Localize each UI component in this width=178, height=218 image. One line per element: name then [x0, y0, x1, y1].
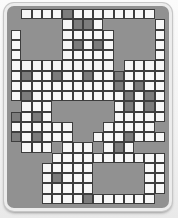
- grid-cell-blocked: [52, 19, 62, 29]
- grid-cell-blocked: [144, 40, 154, 50]
- grid-cell-blocked: [42, 50, 52, 60]
- grid-cell-blocked: [42, 19, 52, 29]
- grid-cell-blocked: [134, 40, 144, 50]
- grid-cell-white[interactable]: [83, 50, 93, 60]
- grid-cell-white[interactable]: [144, 71, 154, 81]
- grid-cell-white[interactable]: [155, 153, 165, 163]
- grid-cell-white[interactable]: [114, 112, 124, 122]
- grid-cell-blocked: [93, 183, 103, 193]
- grid-cell-white[interactable]: [114, 91, 124, 101]
- grid-cell-blocked: [32, 30, 42, 40]
- grid-cell-white[interactable]: [21, 101, 31, 111]
- grid-cell-white[interactable]: [21, 112, 31, 122]
- grid-cell-blocked: [124, 173, 134, 183]
- grid-cell-white[interactable]: [73, 71, 83, 81]
- grid-cell-blocked: [52, 101, 62, 111]
- grid-cell-white[interactable]: [83, 183, 93, 193]
- grid-cell-blocked: [124, 163, 134, 173]
- grid-cell-white[interactable]: [62, 173, 72, 183]
- grid-cell-white[interactable]: [11, 81, 21, 91]
- grid-cell-white[interactable]: [62, 163, 72, 173]
- grid-cell-white[interactable]: [144, 173, 154, 183]
- grid-cell-blocked: [21, 194, 31, 204]
- grid-cell-blocked: [114, 19, 124, 29]
- grid-cell-blocked: [42, 40, 52, 50]
- grid-cell-white[interactable]: [103, 142, 113, 152]
- grid-cell-white[interactable]: [62, 40, 72, 50]
- grid-cell-blocked: [103, 173, 113, 183]
- grid-cell-white[interactable]: [52, 163, 62, 173]
- grid-cell-white[interactable]: [62, 132, 72, 142]
- grid-cell-blocked: [83, 132, 93, 142]
- grid-cell-white[interactable]: [93, 71, 103, 81]
- grid-cell-blocked: [155, 194, 165, 204]
- grid-cell-white[interactable]: [21, 132, 31, 142]
- grid-cell-white[interactable]: [73, 60, 83, 70]
- grid-cell-blocked: [21, 50, 31, 60]
- grid-cell-blocked: [103, 163, 113, 173]
- grid-cell-shaded[interactable]: [134, 81, 144, 91]
- grid-cell-blocked: [83, 122, 93, 132]
- grid-cell-blocked: [144, 50, 154, 60]
- grid-cell-blocked: [62, 112, 72, 122]
- grid-cell-shaded[interactable]: [83, 71, 93, 81]
- grid-cell-blocked: [42, 30, 52, 40]
- grid-cell-blocked: [93, 101, 103, 111]
- grid-cell-white[interactable]: [32, 60, 42, 70]
- grid-cell-blocked: [93, 122, 103, 132]
- grid-cell-white[interactable]: [114, 194, 124, 204]
- grid-cell-white[interactable]: [83, 173, 93, 183]
- grid-cell-white[interactable]: [21, 60, 31, 70]
- grid-cell-white[interactable]: [11, 91, 21, 101]
- grid-cell-shaded[interactable]: [83, 194, 93, 204]
- grid-cell-blocked: [21, 40, 31, 50]
- grid-cell-white[interactable]: [83, 9, 93, 19]
- grid-cell-blocked: [11, 173, 21, 183]
- grid-cell-white[interactable]: [134, 9, 144, 19]
- grid-cell-white[interactable]: [73, 183, 83, 193]
- grid-cell-white[interactable]: [32, 142, 42, 152]
- grid-cell-shaded[interactable]: [21, 71, 31, 81]
- grid-cell-blocked: [134, 50, 144, 60]
- grid-cell-white[interactable]: [52, 132, 62, 142]
- grid-cell-white[interactable]: [144, 60, 154, 70]
- grid-cell-white[interactable]: [144, 194, 154, 204]
- grid-cell-white[interactable]: [155, 50, 165, 60]
- grid-cell-white[interactable]: [155, 60, 165, 70]
- grid-cell-shaded[interactable]: [114, 71, 124, 81]
- grid-cell-white[interactable]: [11, 122, 21, 132]
- grid-cell-white[interactable]: [103, 91, 113, 101]
- grid-cell-shaded[interactable]: [83, 19, 93, 29]
- grid-cell-blocked: [32, 183, 42, 193]
- grid-cell-white[interactable]: [155, 30, 165, 40]
- grid-cell-shaded[interactable]: [144, 101, 154, 111]
- grid-cell-white[interactable]: [42, 71, 52, 81]
- grid-cell-blocked: [114, 60, 124, 70]
- grid-cell-blocked: [155, 9, 165, 19]
- grid-cell-white[interactable]: [155, 81, 165, 91]
- grid-cell-white[interactable]: [21, 122, 31, 132]
- grid-cell-white[interactable]: [21, 142, 31, 152]
- grid-cell-blocked: [134, 30, 144, 40]
- grid-cell-blocked: [73, 112, 83, 122]
- grid-cell-white[interactable]: [134, 194, 144, 204]
- grid-cell-white[interactable]: [32, 81, 42, 91]
- grid-cell-white[interactable]: [155, 173, 165, 183]
- grid-cell-white[interactable]: [124, 142, 134, 152]
- grid-cell-blocked: [52, 142, 62, 152]
- grid-cell-white[interactable]: [124, 194, 134, 204]
- grid-cell-white[interactable]: [11, 71, 21, 81]
- grid-cell-shaded[interactable]: [114, 81, 124, 91]
- grid-cell-white[interactable]: [134, 101, 144, 111]
- grid-cell-white[interactable]: [62, 81, 72, 91]
- grid-cell-white[interactable]: [155, 19, 165, 29]
- grid-cell-shaded[interactable]: [144, 91, 154, 101]
- grid-cell-white[interactable]: [62, 60, 72, 70]
- grid-cell-white[interactable]: [52, 153, 62, 163]
- grid-cell-white[interactable]: [134, 60, 144, 70]
- grid-cell-white[interactable]: [73, 91, 83, 101]
- grid-cell-white[interactable]: [42, 132, 52, 142]
- grid-cell-white[interactable]: [83, 30, 93, 40]
- grid-cell-white[interactable]: [83, 91, 93, 101]
- grid-cell-white[interactable]: [52, 60, 62, 70]
- puzzle-board-frame: [4, 3, 172, 211]
- grid-cell-blocked: [11, 194, 21, 204]
- grid-cell-shaded[interactable]: [73, 40, 83, 50]
- grid-cell-white[interactable]: [134, 122, 144, 132]
- grid-cell-blocked: [21, 153, 31, 163]
- grid-cell-white[interactable]: [134, 71, 144, 81]
- grid-cell-blocked: [21, 30, 31, 40]
- grid-cell-blocked: [11, 153, 21, 163]
- grid-cell-blocked: [73, 132, 83, 142]
- grid-cell-shaded[interactable]: [93, 40, 103, 50]
- grid-cell-white[interactable]: [42, 60, 52, 70]
- grid-cell-white[interactable]: [144, 122, 154, 132]
- grid-cell-white[interactable]: [62, 19, 72, 29]
- grid-cell-blocked: [32, 40, 42, 50]
- grid-cell-white[interactable]: [73, 153, 83, 163]
- grid-cell-white[interactable]: [93, 81, 103, 91]
- grid-cell-blocked: [134, 163, 144, 173]
- grid-cell-blocked: [134, 142, 144, 152]
- grid-cell-blocked: [52, 30, 62, 40]
- grid-cell-white[interactable]: [11, 40, 21, 50]
- grid-cell-white[interactable]: [134, 91, 144, 101]
- grid-cell-white[interactable]: [124, 81, 134, 91]
- grid-cell-white[interactable]: [144, 183, 154, 193]
- grid-cell-white[interactable]: [11, 30, 21, 40]
- grid-cell-white[interactable]: [93, 132, 103, 142]
- grid-cell-white[interactable]: [103, 194, 113, 204]
- puzzle-grid: [11, 9, 165, 204]
- grid-cell-blocked: [155, 142, 165, 152]
- grid-cell-white[interactable]: [155, 71, 165, 81]
- grid-cell-white[interactable]: [144, 132, 154, 142]
- grid-cell-blocked: [144, 30, 154, 40]
- grid-cell-shaded[interactable]: [21, 91, 31, 101]
- grid-cell-blocked: [124, 40, 134, 50]
- grid-cell-white[interactable]: [32, 122, 42, 132]
- grid-cell-blocked: [134, 19, 144, 29]
- grid-cell-blocked: [52, 40, 62, 50]
- grid-cell-white[interactable]: [155, 163, 165, 173]
- grid-cell-blocked: [32, 163, 42, 173]
- grid-cell-blocked: [144, 142, 154, 152]
- grid-cell-white[interactable]: [52, 183, 62, 193]
- grid-cell-white[interactable]: [114, 122, 124, 132]
- grid-cell-blocked: [144, 19, 154, 29]
- grid-cell-blocked: [93, 173, 103, 183]
- grid-cell-blocked: [103, 19, 113, 29]
- grid-cell-white[interactable]: [155, 91, 165, 101]
- grid-cell-blocked: [114, 183, 124, 193]
- grid-cell-shaded[interactable]: [114, 142, 124, 152]
- grid-cell-white[interactable]: [134, 132, 144, 142]
- grid-cell-white[interactable]: [114, 132, 124, 142]
- grid-cell-white[interactable]: [103, 50, 113, 60]
- grid-cell-blocked: [32, 153, 42, 163]
- grid-cell-white[interactable]: [52, 81, 62, 91]
- grid-cell-white[interactable]: [62, 30, 72, 40]
- grid-cell-white[interactable]: [144, 81, 154, 91]
- grid-cell-white[interactable]: [103, 40, 113, 50]
- grid-cell-white[interactable]: [103, 9, 113, 19]
- grid-cell-white[interactable]: [144, 112, 154, 122]
- grid-cell-white[interactable]: [42, 183, 52, 193]
- grid-cell-blocked: [62, 101, 72, 111]
- grid-cell-white[interactable]: [103, 30, 113, 40]
- grid-cell-blocked: [134, 173, 144, 183]
- grid-cell-blocked: [114, 163, 124, 173]
- grid-cell-blocked: [52, 50, 62, 60]
- grid-cell-blocked: [124, 50, 134, 60]
- grid-cell-white[interactable]: [62, 50, 72, 60]
- grid-cell-white[interactable]: [62, 142, 72, 152]
- grid-cell-blocked: [11, 101, 21, 111]
- grid-cell-blocked: [155, 122, 165, 132]
- grid-cell-white[interactable]: [62, 153, 72, 163]
- grid-cell-shaded[interactable]: [62, 9, 72, 19]
- grid-cell-blocked: [93, 112, 103, 122]
- grid-cell-white[interactable]: [103, 122, 113, 132]
- grid-cell-white[interactable]: [73, 194, 83, 204]
- grid-cell-blocked: [114, 40, 124, 50]
- grid-cell-white[interactable]: [21, 9, 31, 19]
- grid-cell-white[interactable]: [144, 153, 154, 163]
- grid-cell-white[interactable]: [83, 153, 93, 163]
- grid-cell-white[interactable]: [144, 9, 154, 19]
- grid-cell-blocked: [32, 19, 42, 29]
- grid-cell-shaded[interactable]: [124, 91, 134, 101]
- grid-cell-shaded[interactable]: [52, 71, 62, 81]
- grid-cell-white[interactable]: [114, 101, 124, 111]
- grid-cell-blocked: [124, 183, 134, 193]
- grid-cell-white[interactable]: [62, 122, 72, 132]
- grid-cell-shaded[interactable]: [11, 112, 21, 122]
- grid-cell-white[interactable]: [73, 173, 83, 183]
- grid-cell-white[interactable]: [52, 9, 62, 19]
- grid-cell-white[interactable]: [42, 122, 52, 132]
- grid-cell-blocked: [124, 19, 134, 29]
- grid-cell-white[interactable]: [73, 163, 83, 173]
- grid-cell-white[interactable]: [32, 91, 42, 101]
- grid-cell-white[interactable]: [42, 173, 52, 183]
- grid-cell-blocked: [73, 101, 83, 111]
- grid-cell-white[interactable]: [42, 163, 52, 173]
- grid-cell-white[interactable]: [42, 142, 52, 152]
- grid-cell-blocked: [114, 50, 124, 60]
- grid-cell-white[interactable]: [155, 112, 165, 122]
- grid-cell-white[interactable]: [93, 19, 103, 29]
- grid-cell-white[interactable]: [93, 50, 103, 60]
- grid-cell-white[interactable]: [155, 101, 165, 111]
- grid-cell-blocked: [11, 19, 21, 29]
- grid-cell-white[interactable]: [144, 163, 154, 173]
- grid-cell-white[interactable]: [103, 132, 113, 142]
- grid-cell-blocked: [83, 112, 93, 122]
- grid-cell-blocked: [114, 173, 124, 183]
- grid-cell-white[interactable]: [42, 81, 52, 91]
- grid-cell-white[interactable]: [103, 153, 113, 163]
- grid-cell-shaded[interactable]: [52, 173, 62, 183]
- grid-cell-white[interactable]: [103, 60, 113, 70]
- grid-cell-white[interactable]: [93, 9, 103, 19]
- grid-cell-white[interactable]: [52, 122, 62, 132]
- grid-cell-blocked: [93, 142, 103, 152]
- grid-cell-white[interactable]: [93, 60, 103, 70]
- grid-cell-blocked: [21, 183, 31, 193]
- grid-cell-white[interactable]: [155, 132, 165, 142]
- grid-cell-white[interactable]: [73, 50, 83, 60]
- grid-cell-blocked: [134, 183, 144, 193]
- grid-cell-white[interactable]: [155, 40, 165, 50]
- grid-cell-white[interactable]: [124, 71, 134, 81]
- grid-cell-white[interactable]: [73, 30, 83, 40]
- grid-cell-shaded[interactable]: [124, 132, 134, 142]
- grid-cell-shaded[interactable]: [32, 112, 42, 122]
- grid-cell-white[interactable]: [83, 60, 93, 70]
- grid-cell-blocked: [52, 112, 62, 122]
- grid-cell-blocked: [124, 30, 134, 40]
- grid-cell-white[interactable]: [62, 71, 72, 81]
- grid-cell-white[interactable]: [103, 81, 113, 91]
- grid-cell-white[interactable]: [124, 60, 134, 70]
- grid-cell-blocked: [11, 9, 21, 19]
- grid-cell-white[interactable]: [83, 81, 93, 91]
- grid-cell-white[interactable]: [42, 101, 52, 111]
- grid-cell-blocked: [103, 112, 113, 122]
- grid-cell-white[interactable]: [42, 91, 52, 101]
- grid-cell-shaded[interactable]: [32, 132, 42, 142]
- grid-cell-white[interactable]: [73, 142, 83, 152]
- grid-cell-white[interactable]: [134, 153, 144, 163]
- grid-cell-blocked: [42, 153, 52, 163]
- grid-cell-white[interactable]: [103, 71, 113, 81]
- grid-cell-blocked: [103, 101, 113, 111]
- grid-cell-blocked: [32, 50, 42, 60]
- screenshot-background: [0, 0, 178, 218]
- grid-cell-white[interactable]: [83, 40, 93, 50]
- grid-cell-blocked: [11, 163, 21, 173]
- grid-cell-white[interactable]: [32, 101, 42, 111]
- grid-cell-white[interactable]: [42, 112, 52, 122]
- grid-cell-white[interactable]: [114, 9, 124, 19]
- grid-cell-white[interactable]: [73, 81, 83, 91]
- grid-cell-white[interactable]: [134, 112, 144, 122]
- grid-cell-white[interactable]: [62, 194, 72, 204]
- grid-cell-white[interactable]: [124, 122, 134, 132]
- grid-cell-blocked: [21, 163, 31, 173]
- grid-cell-white[interactable]: [11, 60, 21, 70]
- grid-cell-white[interactable]: [32, 71, 42, 81]
- grid-cell-white[interactable]: [73, 9, 83, 19]
- grid-cell-blocked: [93, 163, 103, 173]
- grid-cell-white[interactable]: [62, 183, 72, 193]
- grid-cell-shaded[interactable]: [73, 19, 83, 29]
- grid-cell-white[interactable]: [124, 9, 134, 19]
- grid-cell-blocked: [11, 183, 21, 193]
- grid-cell-blocked: [21, 19, 31, 29]
- grid-cell-blocked: [73, 122, 83, 132]
- grid-cell-white[interactable]: [124, 112, 134, 122]
- grid-cell-white[interactable]: [83, 163, 93, 173]
- grid-cell-white[interactable]: [93, 153, 103, 163]
- grid-cell-blocked: [114, 30, 124, 40]
- grid-cell-white[interactable]: [93, 30, 103, 40]
- grid-cell-white[interactable]: [11, 50, 21, 60]
- grid-cell-shaded[interactable]: [124, 101, 134, 111]
- grid-cell-blocked: [83, 101, 93, 111]
- grid-cell-white[interactable]: [93, 194, 103, 204]
- grid-cell-blocked: [21, 173, 31, 183]
- grid-cell-shaded[interactable]: [11, 132, 21, 142]
- grid-cell-blocked: [32, 173, 42, 183]
- grid-cell-blocked: [11, 142, 21, 152]
- grid-cell-blocked: [32, 194, 42, 204]
- grid-cell-white[interactable]: [32, 9, 42, 19]
- grid-cell-white[interactable]: [42, 9, 52, 19]
- grid-cell-white[interactable]: [52, 91, 62, 101]
- grid-cell-white[interactable]: [114, 153, 124, 163]
- grid-cell-white[interactable]: [155, 183, 165, 193]
- grid-cell-white[interactable]: [52, 194, 62, 204]
- grid-cell-white[interactable]: [83, 142, 93, 152]
- grid-cell-blocked: [103, 183, 113, 193]
- grid-cell-white[interactable]: [93, 91, 103, 101]
- grid-cell-white[interactable]: [62, 91, 72, 101]
- grid-cell-white[interactable]: [21, 81, 31, 91]
- grid-cell-white[interactable]: [42, 194, 52, 204]
- grid-cell-white[interactable]: [124, 153, 134, 163]
